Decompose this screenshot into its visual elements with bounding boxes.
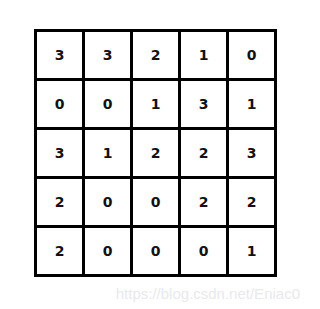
cell-r4c1: 2 [37, 179, 82, 225]
cell-r5c2: 0 [85, 228, 130, 274]
watermark-text: https://blog.csdn.net/Eniac0 [116, 285, 300, 302]
cell-r2c4: 3 [181, 81, 226, 127]
cell-r1c4: 1 [181, 32, 226, 78]
cell-r4c3: 0 [133, 179, 178, 225]
cell-r4c4: 2 [181, 179, 226, 225]
cell-r2c1: 0 [37, 81, 82, 127]
cell-r3c5: 3 [229, 130, 274, 176]
cell-r5c3: 0 [133, 228, 178, 274]
cell-r1c1: 3 [37, 32, 82, 78]
cell-r3c4: 2 [181, 130, 226, 176]
cell-r1c5: 0 [229, 32, 274, 78]
puzzle-board: 3321000131312232002220001 [34, 29, 277, 277]
cell-r1c3: 2 [133, 32, 178, 78]
cell-r4c5: 2 [229, 179, 274, 225]
cell-r2c5: 1 [229, 81, 274, 127]
cell-r1c2: 3 [85, 32, 130, 78]
cell-r3c1: 3 [37, 130, 82, 176]
cell-r5c5: 1 [229, 228, 274, 274]
cell-r4c2: 0 [85, 179, 130, 225]
cell-r2c3: 1 [133, 81, 178, 127]
cell-r5c1: 2 [37, 228, 82, 274]
cell-r5c4: 0 [181, 228, 226, 274]
cell-r2c2: 0 [85, 81, 130, 127]
cell-r3c3: 2 [133, 130, 178, 176]
cell-r3c2: 1 [85, 130, 130, 176]
